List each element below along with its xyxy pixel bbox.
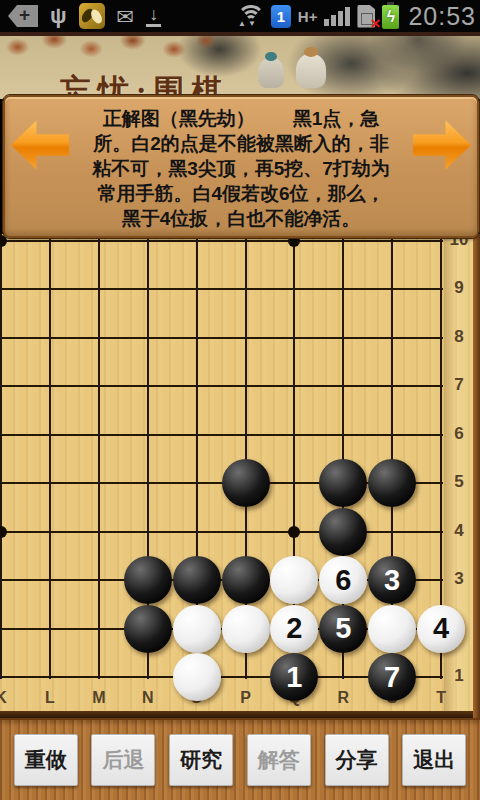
painted-figure	[258, 58, 284, 88]
star-point	[288, 526, 300, 538]
redo-button[interactable]: 重做	[14, 734, 78, 786]
black-stone-S1[interactable]: 7	[368, 653, 416, 701]
row-coordinate-label: 5	[447, 472, 471, 494]
grid-line-horizontal	[0, 434, 443, 436]
prev-arrow-button[interactable]	[11, 117, 69, 173]
white-stone-Q2[interactable]: 2	[270, 605, 318, 653]
move-number-label: 7	[384, 663, 400, 692]
black-stone-R2[interactable]: 5	[319, 605, 367, 653]
app-icon	[79, 3, 105, 29]
grid-line-horizontal	[0, 288, 443, 290]
solution-text-line: 粘不可，黑3尖顶，再5挖、7打劫为	[73, 156, 409, 181]
status-bar: + ψ ✉ ↓ ▲▼ 1 H+ × ϟ 20:53	[0, 0, 480, 32]
status-icons-left: + ψ ✉ ↓	[0, 3, 161, 29]
network-type-label: H+	[298, 8, 318, 25]
solution-text-line: 正解图（黑先劫） 黑1点，急	[73, 106, 409, 131]
share-button[interactable]: 分享	[325, 734, 389, 786]
move-number-label: 2	[286, 614, 302, 643]
solution-text-line: 黑于4位扳，白也不能净活。	[73, 206, 409, 231]
black-stone-N2[interactable]	[124, 605, 172, 653]
white-stone-O2[interactable]	[173, 605, 221, 653]
grid-line-vertical	[0, 234, 2, 679]
go-board[interactable]: KLMNOPQRST109876543216325417	[0, 234, 480, 718]
painted-figure	[296, 54, 326, 88]
white-stone-S2[interactable]	[368, 605, 416, 653]
move-number-label: 6	[335, 566, 351, 595]
board-right-frame	[473, 234, 480, 718]
column-coordinate-label: R	[331, 689, 355, 711]
grid-line-vertical	[49, 234, 51, 679]
move-number-label: 1	[286, 663, 302, 692]
clock: 20:53	[406, 2, 476, 31]
grid-line-horizontal	[0, 531, 443, 533]
battery-charging-icon: ϟ	[382, 5, 399, 29]
row-coordinate-label: 1	[447, 666, 471, 688]
exit-button[interactable]: 退出	[402, 734, 466, 786]
black-stone-P3[interactable]	[222, 556, 270, 604]
row-coordinate-label: 4	[447, 521, 471, 543]
white-stone-P2[interactable]	[222, 605, 270, 653]
black-stone-O3[interactable]	[173, 556, 221, 604]
undo-button[interactable]: 后退	[91, 734, 155, 786]
answer-button[interactable]: 解答	[247, 734, 311, 786]
wifi-icon: ▲▼	[238, 5, 264, 27]
white-stone-O1[interactable]	[173, 653, 221, 701]
move-number-label: 4	[433, 614, 449, 643]
sim1-badge: 1	[271, 5, 291, 28]
black-stone-P5[interactable]	[222, 459, 270, 507]
solution-text: 正解图（黑先劫） 黑1点，急所。白2的点是不能被黑断入的，非粘不可，黑3尖顶，再…	[73, 106, 409, 231]
row-coordinate-label: 3	[447, 569, 471, 591]
row-coordinate-label: 9	[447, 278, 471, 300]
column-coordinate-label: T	[429, 689, 453, 711]
sim-missing-icon: ×	[357, 5, 375, 28]
usb-icon: ψ	[50, 5, 67, 27]
column-coordinate-label: M	[87, 689, 111, 711]
column-coordinate-label: K	[0, 689, 13, 711]
next-arrow-button[interactable]	[413, 117, 471, 173]
board-bottom-frame	[0, 711, 473, 718]
move-number-label: 3	[384, 566, 400, 595]
study-button[interactable]: 研究	[169, 734, 233, 786]
message-icon: ✉	[117, 6, 135, 27]
column-coordinate-label: L	[38, 689, 62, 711]
grid-line-vertical	[98, 234, 100, 679]
black-stone-R4[interactable]	[319, 508, 367, 556]
column-coordinate-label: P	[234, 689, 258, 711]
black-stone-N3[interactable]	[124, 556, 172, 604]
grid-line-horizontal	[0, 385, 443, 387]
header-banner: 忘忧·围棋	[0, 32, 480, 99]
tag-plus-icon: +	[8, 5, 38, 27]
status-icons-right: ▲▼ 1 H+ × ϟ 20:53	[238, 2, 480, 31]
signal-bars-icon	[324, 6, 350, 26]
solution-text-line: 常用手筋。白4假若改6位，那么，	[73, 181, 409, 206]
solution-text-line: 所。白2的点是不能被黑断入的，非	[73, 131, 409, 156]
move-number-label: 5	[335, 614, 351, 643]
grid-line-horizontal	[0, 240, 443, 242]
row-coordinate-label: 7	[447, 375, 471, 397]
solution-panel: 正解图（黑先劫） 黑1点，急所。白2的点是不能被黑断入的，非粘不可，黑3尖顶，再…	[3, 95, 479, 238]
row-coordinate-label: 6	[447, 424, 471, 446]
column-coordinate-label: N	[136, 689, 160, 711]
row-coordinate-label: 8	[447, 327, 471, 349]
toolbar: 重做后退研究解答分享退出	[0, 718, 480, 800]
white-stone-T2[interactable]: 4	[417, 605, 465, 653]
black-stone-S3[interactable]: 3	[368, 556, 416, 604]
app-screen: + ψ ✉ ↓ ▲▼ 1 H+ × ϟ 20:53 忘忧·围棋 正解图（黑先劫	[0, 0, 480, 800]
download-icon: ↓	[146, 5, 161, 27]
grid-line-horizontal	[0, 337, 443, 339]
